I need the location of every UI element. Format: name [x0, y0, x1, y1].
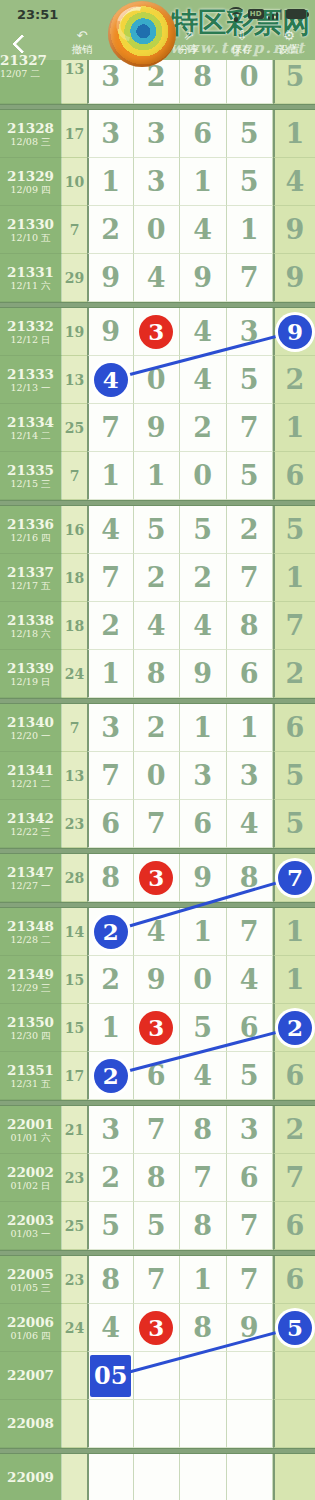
issue-cell: 2133612/16 四	[0, 506, 62, 554]
digit-cell[interactable]	[180, 1352, 227, 1400]
digit-cell[interactable]: 9	[180, 254, 227, 302]
digit-value: 8	[193, 1312, 212, 1343]
last-digit-cell[interactable]	[273, 1454, 315, 1500]
digit-cell[interactable]: 4	[180, 1052, 227, 1100]
blue-circle-mark: 9	[278, 315, 312, 349]
last-digit-cell[interactable]: 7	[273, 854, 315, 902]
draw-date: 12/17 五	[11, 580, 51, 591]
digit-cell[interactable]: 3	[87, 60, 134, 104]
last-digit-cell[interactable]: 7	[273, 602, 315, 650]
sum-cell: 18	[62, 554, 87, 602]
draw-row: 2134012/20 一732116	[0, 704, 315, 752]
issue-number: 21338	[7, 613, 54, 628]
digit-cell[interactable]: 0	[180, 956, 227, 1004]
digit-value: 7	[240, 262, 259, 293]
digit-value: 4	[240, 964, 259, 995]
sum-cell: 17	[62, 1052, 87, 1100]
digit-value: 2	[147, 712, 166, 743]
digit-cell[interactable]: 5	[227, 110, 274, 158]
last-digit-cell[interactable]: 6	[273, 452, 315, 500]
digit-cell[interactable]: 05	[87, 1352, 134, 1400]
issue-number: 21335	[7, 463, 54, 478]
digit-cell[interactable]: 3	[87, 110, 134, 158]
digit-cell[interactable]: 4	[87, 356, 134, 404]
draw-date: 12/20 一	[11, 730, 51, 741]
digit-cell[interactable]: 7	[227, 908, 274, 956]
digit-cell[interactable]: 8	[180, 1202, 227, 1250]
digit-cell[interactable]: 8	[227, 602, 274, 650]
issue-number: 21351	[7, 1063, 54, 1078]
digit-value: 5	[101, 1210, 120, 1241]
issue-number: 21342	[7, 811, 54, 826]
last-digit-cell[interactable]: 1	[273, 956, 315, 1004]
last-digit-cell[interactable]: 6	[273, 1202, 315, 1250]
last-digit-cell[interactable]: 9	[273, 206, 315, 254]
digit-value: 5	[240, 364, 259, 395]
digit-cell[interactable]: 7	[134, 1106, 181, 1154]
digit-cell[interactable]: 5	[180, 506, 227, 554]
digit-cell[interactable]: 7	[227, 1256, 274, 1304]
digit-cell[interactable]: 3	[134, 158, 181, 206]
draw-date: 12/07 二	[0, 68, 40, 79]
digit-cell[interactable]: 8	[227, 854, 274, 902]
digit-value: 9	[286, 262, 305, 293]
last-digit-cell[interactable]: 2	[273, 1106, 315, 1154]
issue-cell: 2134812/28 二	[0, 908, 62, 956]
digit-cell[interactable]: 6	[180, 110, 227, 158]
digit-cell[interactable]: 7	[227, 554, 274, 602]
digit-cell[interactable]: 6	[227, 1154, 274, 1202]
digit-cell[interactable]	[180, 1454, 227, 1500]
last-digit-cell[interactable]: 5	[273, 60, 315, 104]
digit-cell[interactable]: 4	[180, 308, 227, 356]
blue-circle-mark: 2	[278, 1011, 312, 1045]
digit-value: 3	[147, 166, 166, 197]
digit-value: 2	[286, 1114, 305, 1145]
issue-cell: 2134012/20 一	[0, 704, 62, 752]
digit-cell[interactable]: 0	[180, 452, 227, 500]
last-digit-cell[interactable]: 6	[273, 1052, 315, 1100]
digit-cell[interactable]: 4	[180, 356, 227, 404]
digit-cell[interactable]: 5	[227, 356, 274, 404]
digit-cell[interactable]: 7	[227, 1202, 274, 1250]
digit-cell[interactable]: 4	[134, 254, 181, 302]
digit-value: 6	[286, 460, 305, 491]
last-digit-cell[interactable]: 2	[273, 1004, 315, 1052]
digit-value: 2	[101, 610, 120, 641]
last-digit-cell[interactable]: 4	[273, 158, 315, 206]
digit-cell[interactable]: 2	[87, 908, 134, 956]
issue-cell: 2200101/01 六	[0, 1106, 62, 1154]
last-digit-cell[interactable]: 5	[273, 800, 315, 848]
draw-date: 12/13 一	[11, 382, 51, 393]
last-digit-cell[interactable]	[273, 1352, 315, 1400]
draw-date: 12/19 日	[11, 676, 51, 687]
digit-value: 4	[147, 262, 166, 293]
draw-row: 22008	[0, 1400, 315, 1448]
digit-cell[interactable]: 3	[134, 110, 181, 158]
digit-value: 0	[193, 964, 212, 995]
digit-cell[interactable]: 0	[134, 356, 181, 404]
digit-cell[interactable]: 5	[180, 1004, 227, 1052]
digit-value: 7	[286, 1162, 305, 1193]
digit-value: 1	[240, 712, 259, 743]
digit-cell[interactable]: 7	[134, 1256, 181, 1304]
digit-cell[interactable]: 5	[134, 1202, 181, 1250]
draw-row: 2132712/07 二1332805	[0, 60, 315, 104]
sum-cell: 7	[62, 206, 87, 254]
digit-value: 8	[240, 862, 259, 893]
digit-cell[interactable]: 5	[227, 1052, 274, 1100]
issue-number: 21334	[7, 415, 54, 430]
last-digit-cell[interactable]: 5	[273, 506, 315, 554]
digit-cell[interactable]: 9	[180, 854, 227, 902]
save-icon: ⇩	[220, 28, 264, 43]
last-digit-cell[interactable]: 2	[273, 650, 315, 698]
blue-circle-mark: 7	[278, 861, 312, 895]
issue-number: 22005	[7, 1267, 54, 1282]
blue-circle-mark: 5	[278, 1311, 312, 1345]
digit-cell[interactable]: 2	[87, 1052, 134, 1100]
draw-row: 2134812/28 二1424171	[0, 908, 315, 956]
digit-cell[interactable]: 1	[227, 206, 274, 254]
draw-row: 22009	[0, 1454, 315, 1500]
digit-cell[interactable]: 6	[134, 1052, 181, 1100]
sum-cell: 15	[62, 956, 87, 1004]
draw-row: 2200101/01 六2137832	[0, 1106, 315, 1154]
digit-cell[interactable]	[87, 1454, 134, 1500]
draw-date: 12/08 三	[11, 136, 51, 147]
issue-number: 21349	[7, 967, 54, 982]
digit-cell[interactable]: 6	[227, 650, 274, 698]
digit-value: 1	[193, 1264, 212, 1295]
digit-cell[interactable]: 1	[180, 158, 227, 206]
digit-cell[interactable]: 5	[134, 506, 181, 554]
draw-row: 2133912/19 日2418962	[0, 650, 315, 698]
digit-value: 4	[240, 808, 259, 839]
digit-cell[interactable]: 5	[227, 158, 274, 206]
issue-number: 22007	[7, 1368, 54, 1383]
toolbar-settings-button[interactable]: ⚙设置	[267, 28, 311, 56]
digit-value: 5	[240, 118, 259, 149]
digit-cell[interactable]: 0	[134, 206, 181, 254]
draw-date: 12/16 四	[11, 532, 51, 543]
issue-number: 22009	[7, 1470, 54, 1485]
draw-date: 12/27 一	[11, 880, 51, 891]
sum-cell: 10	[62, 158, 87, 206]
draw-row: 2133212/12 日1993439	[0, 308, 315, 356]
sum-cell: 19	[62, 308, 87, 356]
digit-value: 2	[101, 214, 120, 245]
issue-cell: 22007	[0, 1352, 62, 1400]
draw-date: 12/31 五	[11, 1078, 51, 1089]
digit-value: 1	[193, 712, 212, 743]
digit-value: 1	[193, 916, 212, 947]
last-digit-cell[interactable]: 9	[273, 254, 315, 302]
digit-cell[interactable]: 4	[180, 602, 227, 650]
digit-value: 2	[101, 964, 120, 995]
digit-cell[interactable]: 2	[87, 206, 134, 254]
last-digit-cell[interactable]: 1	[273, 110, 315, 158]
digit-value: 0	[147, 214, 166, 245]
digit-cell[interactable]: 7	[87, 752, 134, 800]
digit-value: 1	[147, 460, 166, 491]
digit-cell[interactable]: 8	[180, 60, 227, 104]
draw-row: 2134712/27 一2883987	[0, 854, 315, 902]
digit-cell[interactable]: 3	[134, 1004, 181, 1052]
issue-number: 21328	[7, 121, 54, 136]
digit-cell[interactable]: 7	[87, 554, 134, 602]
digit-cell[interactable]: 2	[227, 506, 274, 554]
sum-cell: 23	[62, 800, 87, 848]
digit-cell[interactable]	[180, 1400, 227, 1448]
digit-value: 1	[286, 964, 305, 995]
digit-cell[interactable]: 6	[180, 800, 227, 848]
draw-date: 12/22 三	[11, 826, 51, 837]
draw-date: 12/28 二	[11, 934, 51, 945]
last-digit-cell[interactable]: 6	[273, 704, 315, 752]
digit-value: 2	[193, 562, 212, 593]
status-icons: HD	[229, 8, 306, 20]
digit-cell[interactable]: 2	[134, 704, 181, 752]
last-digit-cell[interactable]	[273, 1400, 315, 1448]
toolbar-undo-button[interactable]: ↶撤销	[60, 28, 104, 56]
digit-value: 1	[240, 214, 259, 245]
draw-row: 2133312/13 一1340452	[0, 356, 315, 404]
digit-cell[interactable]	[87, 1400, 134, 1448]
digit-cell[interactable]: 1	[180, 908, 227, 956]
toolbar-save-button[interactable]: ⇩保存	[220, 28, 264, 56]
issue-cell: 2135112/31 五	[0, 1052, 62, 1100]
digit-value: 4	[193, 214, 212, 245]
draw-row: 2132912/09 四1013154	[0, 158, 315, 206]
draw-date: 12/09 四	[11, 184, 51, 195]
draw-date: 12/29 三	[11, 982, 51, 993]
digit-cell[interactable]: 2	[134, 554, 181, 602]
digit-cell[interactable]: 8	[180, 1304, 227, 1352]
digit-value: 6	[193, 118, 212, 149]
issue-cell: 22009	[0, 1454, 62, 1500]
digit-cell[interactable]: 8	[87, 854, 134, 902]
draw-row: 2133412/14 二2579271	[0, 404, 315, 452]
digit-value: 8	[193, 1210, 212, 1241]
digit-value: 5	[147, 1210, 166, 1241]
digit-value: 3	[240, 1114, 259, 1145]
digit-cell[interactable]	[227, 1400, 274, 1448]
digit-cell[interactable]: 1	[87, 452, 134, 500]
last-digit-cell[interactable]: 6	[273, 1256, 315, 1304]
red-circle-mark: 3	[139, 1311, 173, 1345]
digit-cell[interactable]: 6	[227, 1004, 274, 1052]
digit-cell[interactable]: 3	[134, 308, 181, 356]
digit-cell[interactable]: 1	[87, 1004, 134, 1052]
site-logo-spiral-icon	[108, 1, 176, 67]
draw-row: 2133712/17 五1872271	[0, 554, 315, 602]
digit-cell[interactable]	[227, 1352, 274, 1400]
digit-cell[interactable]: 9	[134, 404, 181, 452]
digit-value: 1	[101, 166, 120, 197]
digit-value: 4	[101, 514, 120, 545]
digit-value: 6	[240, 1012, 259, 1043]
issue-number: 21333	[7, 367, 54, 382]
digit-cell[interactable]: 9	[227, 1304, 274, 1352]
digit-cell[interactable]: 4	[227, 800, 274, 848]
digit-cell[interactable]	[227, 1454, 274, 1500]
issue-cell: 2133012/10 五	[0, 206, 62, 254]
digit-cell[interactable]: 7	[227, 404, 274, 452]
digit-value: 6	[240, 1162, 259, 1193]
digit-cell[interactable]: 5	[87, 1202, 134, 1250]
digit-cell[interactable]: 1	[227, 704, 274, 752]
digit-cell[interactable]: 9	[87, 254, 134, 302]
draw-date: 12/15 三	[11, 478, 51, 489]
digit-cell[interactable]: 1	[180, 704, 227, 752]
sum-cell	[62, 1400, 87, 1448]
digit-value: 9	[193, 262, 212, 293]
digit-cell[interactable]: 9	[180, 650, 227, 698]
digit-cell[interactable]: 1	[87, 158, 134, 206]
issue-cell: 2133212/12 日	[0, 308, 62, 356]
draw-date: 01/03 一	[11, 1228, 51, 1239]
last-digit-cell[interactable]: 1	[273, 554, 315, 602]
digit-cell[interactable]: 2	[180, 554, 227, 602]
hd-icon: HD	[248, 9, 264, 19]
digit-value: 9	[286, 214, 305, 245]
draw-row: 2134112/21 二1370335	[0, 752, 315, 800]
last-digit-cell[interactable]: 7	[273, 1154, 315, 1202]
back-button[interactable]	[12, 34, 32, 54]
issue-cell: 2132812/08 三	[0, 110, 62, 158]
digit-cell[interactable]: 3	[227, 752, 274, 800]
digit-cell[interactable]: 4	[180, 206, 227, 254]
digit-cell[interactable]: 0	[227, 60, 274, 104]
draw-date: 01/02 日	[11, 1180, 51, 1191]
digit-value: 7	[240, 1210, 259, 1241]
digit-cell[interactable]: 7	[180, 1154, 227, 1202]
digit-value: 5	[240, 460, 259, 491]
digit-cell[interactable]	[134, 1454, 181, 1500]
digit-value: 2	[193, 412, 212, 443]
digit-cell[interactable]: 2	[87, 602, 134, 650]
digit-cell[interactable]	[134, 1400, 181, 1448]
digit-cell[interactable]: 3	[87, 704, 134, 752]
digit-value: 2	[240, 514, 259, 545]
digit-cell[interactable]: 2	[87, 1154, 134, 1202]
last-digit-cell[interactable]: 1	[273, 908, 315, 956]
digit-value: 3	[101, 118, 120, 149]
digit-value: 5	[193, 514, 212, 545]
last-digit-cell[interactable]: 5	[273, 752, 315, 800]
digit-value: 7	[147, 1114, 166, 1145]
settings-icon: ⚙	[267, 28, 311, 43]
digit-cell[interactable]: 9	[134, 956, 181, 1004]
digit-cell[interactable]: 4	[87, 1304, 134, 1352]
digit-cell[interactable]: 2	[180, 404, 227, 452]
digit-cell[interactable]	[134, 1352, 181, 1400]
last-digit-cell[interactable]: 2	[273, 356, 315, 404]
digit-cell[interactable]: 3	[134, 1304, 181, 1352]
issue-number: 22003	[7, 1213, 54, 1228]
issue-cell: 2132912/09 四	[0, 158, 62, 206]
digit-cell[interactable]: 3	[227, 1106, 274, 1154]
issue-cell: 2133412/14 二	[0, 404, 62, 452]
draw-row: 2200705	[0, 1352, 315, 1400]
issue-cell: 2134712/27 一	[0, 854, 62, 902]
issue-number: 21339	[7, 661, 54, 676]
issue-number: 22006	[7, 1315, 54, 1330]
digit-value: 5	[286, 760, 305, 791]
digit-cell[interactable]: 5	[227, 452, 274, 500]
battery-icon	[286, 9, 306, 19]
digit-cell[interactable]: 3	[227, 308, 274, 356]
digit-value: 3	[147, 118, 166, 149]
sum-cell: 13	[62, 752, 87, 800]
issue-number: 22002	[7, 1165, 54, 1180]
issue-cell: 2132712/07 二	[0, 60, 62, 104]
digit-value: 0	[240, 61, 259, 92]
issue-cell: 2200201/02 日	[0, 1154, 62, 1202]
issue-number: 21331	[7, 265, 54, 280]
issue-cell: 22008	[0, 1400, 62, 1448]
sum-cell: 21	[62, 1106, 87, 1154]
digit-value: 4	[193, 610, 212, 641]
digit-cell[interactable]: 4	[87, 506, 134, 554]
digit-value: 3	[240, 760, 259, 791]
digit-cell[interactable]: 3	[134, 854, 181, 902]
digit-cell[interactable]: 8	[134, 650, 181, 698]
last-digit-cell[interactable]: 1	[273, 404, 315, 452]
digit-cell[interactable]: 7	[227, 254, 274, 302]
digit-value: 8	[193, 61, 212, 92]
digit-cell[interactable]: 4	[134, 602, 181, 650]
last-digit-cell[interactable]: 5	[273, 1304, 315, 1352]
digit-value: 7	[101, 562, 120, 593]
digit-cell[interactable]: 4	[227, 956, 274, 1004]
digit-cell[interactable]: 1	[180, 1256, 227, 1304]
digit-value: 8	[240, 610, 259, 641]
digit-value: 7	[286, 610, 305, 641]
digit-cell[interactable]: 7	[134, 800, 181, 848]
digit-cell[interactable]: 7	[87, 404, 134, 452]
digit-cell[interactable]: 6	[87, 800, 134, 848]
draw-row: 2134212/22 三2367645	[0, 800, 315, 848]
digit-cell[interactable]: 3	[180, 752, 227, 800]
digit-cell[interactable]: 1	[134, 452, 181, 500]
issue-cell: 2133712/17 五	[0, 554, 62, 602]
digit-cell[interactable]: 2	[87, 956, 134, 1004]
digit-cell[interactable]: 3	[87, 1106, 134, 1154]
draw-row: 2200301/03 一2555876	[0, 1202, 315, 1250]
digit-cell[interactable]: 4	[134, 908, 181, 956]
issue-number: 21341	[7, 763, 54, 778]
digit-cell[interactable]: 1	[87, 650, 134, 698]
sum-cell: 7	[62, 704, 87, 752]
digit-value: 0	[193, 460, 212, 491]
digit-value: 1	[101, 1012, 120, 1043]
sum-cell: 15	[62, 1004, 87, 1052]
digit-value: 9	[147, 412, 166, 443]
toolbar-label: 保存	[220, 43, 264, 56]
sum-cell: 18	[62, 602, 87, 650]
digit-cell[interactable]: 8	[134, 1154, 181, 1202]
digit-cell[interactable]: 8	[87, 1256, 134, 1304]
last-digit-cell[interactable]: 9	[273, 308, 315, 356]
digit-cell[interactable]: 0	[134, 752, 181, 800]
digit-cell[interactable]: 8	[180, 1106, 227, 1154]
issue-number: 22008	[7, 1416, 54, 1431]
digit-value: 2	[286, 364, 305, 395]
digit-cell[interactable]: 9	[87, 308, 134, 356]
